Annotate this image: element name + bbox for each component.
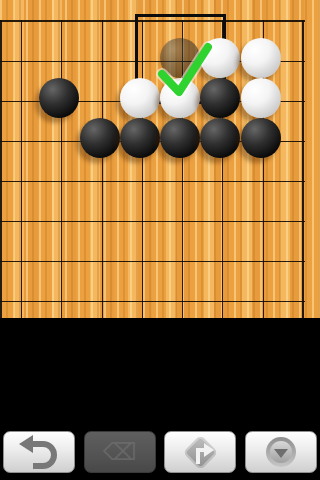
backspace-icon: ⌫ (103, 440, 137, 464)
bottom-toolbar: ⌫ (0, 431, 320, 474)
stone-S18[interactable] (241, 38, 281, 78)
grid-line (0, 181, 305, 182)
down-triangle-icon (274, 449, 288, 458)
stone-S17[interactable] (241, 78, 281, 118)
grid-line (0, 20, 2, 318)
grid-line (302, 20, 304, 318)
stone-P16[interactable] (120, 118, 160, 158)
app-screen: ⌫ (0, 0, 320, 480)
undo-button[interactable] (3, 431, 75, 473)
grid-line (21, 20, 22, 318)
stone-N17[interactable] (39, 78, 79, 118)
collapse-button[interactable] (245, 431, 317, 473)
stone-R16[interactable] (200, 118, 240, 158)
stone-O16[interactable] (80, 118, 120, 158)
grid-line (61, 20, 62, 318)
undo-arrow-icon (17, 433, 61, 471)
grid-line (0, 301, 305, 302)
diamond-turn-arrow-icon (181, 433, 221, 473)
erase-button[interactable]: ⌫ (84, 431, 156, 473)
grid-line (102, 20, 103, 318)
stone-S16[interactable] (241, 118, 281, 158)
grid-line (0, 221, 305, 222)
correct-checkmark-icon (150, 38, 220, 102)
navigate-button[interactable] (164, 431, 236, 473)
grid-line (0, 261, 305, 262)
circle-down-triangle-icon (266, 437, 296, 467)
stone-Q16[interactable] (160, 118, 200, 158)
go-board[interactable] (0, 0, 320, 318)
